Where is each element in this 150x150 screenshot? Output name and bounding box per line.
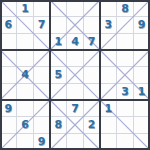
cell-r4c5[interactable] <box>67 50 84 67</box>
cell-r2c6[interactable] <box>83 17 100 34</box>
cell-r1c2[interactable]: 1 <box>17 0 34 17</box>
cell-r5c1[interactable] <box>0 67 17 84</box>
cell-r9c3[interactable]: 9 <box>33 133 50 150</box>
cell-r3c3[interactable] <box>33 33 50 50</box>
cell-r8c3[interactable] <box>33 117 50 134</box>
cell-r6c6[interactable] <box>83 83 100 100</box>
cell-r7c2[interactable] <box>17 100 34 117</box>
cell-r7c3[interactable] <box>33 100 50 117</box>
cell-r7c8[interactable] <box>117 100 134 117</box>
cell-r6c2[interactable] <box>17 83 34 100</box>
cell-r3c2[interactable] <box>17 33 34 50</box>
cell-r3c7[interactable] <box>100 33 117 50</box>
cell-r1c9[interactable] <box>133 0 150 17</box>
cell-r1c4[interactable] <box>50 0 67 17</box>
cell-r5c3[interactable] <box>33 67 50 84</box>
cell-r3c6[interactable]: 7 <box>83 33 100 50</box>
cell-r4c6[interactable] <box>83 50 100 67</box>
cell-r4c1[interactable] <box>0 50 17 67</box>
cell-r5c6[interactable] <box>83 67 100 84</box>
cell-r5c5[interactable] <box>67 67 84 84</box>
cell-r9c4[interactable] <box>50 133 67 150</box>
cell-r6c8[interactable]: 3 <box>117 83 134 100</box>
cell-r2c3[interactable]: 7 <box>33 17 50 34</box>
cell-r9c7[interactable] <box>100 133 117 150</box>
cell-r8c1[interactable] <box>0 117 17 134</box>
cell-r2c5[interactable] <box>67 17 84 34</box>
cell-r7c1[interactable]: 9 <box>0 100 17 117</box>
cell-r4c8[interactable] <box>117 50 134 67</box>
cell-r8c7[interactable] <box>100 117 117 134</box>
cell-r4c7[interactable] <box>100 50 117 67</box>
cell-r2c7[interactable]: 3 <box>100 17 117 34</box>
cell-r3c1[interactable] <box>0 33 17 50</box>
cell-r7c9[interactable] <box>133 100 150 117</box>
cell-r1c6[interactable] <box>83 0 100 17</box>
cell-r3c5[interactable]: 4 <box>67 33 84 50</box>
cell-r9c5[interactable] <box>67 133 84 150</box>
cell-r8c8[interactable] <box>117 117 134 134</box>
cell-r9c9[interactable] <box>133 133 150 150</box>
cell-r9c1[interactable] <box>0 133 17 150</box>
cell-r3c9[interactable] <box>133 33 150 50</box>
cell-r2c9[interactable]: 9 <box>133 17 150 34</box>
cell-r5c2[interactable]: 4 <box>17 67 34 84</box>
cell-r8c6[interactable]: 2 <box>83 117 100 134</box>
cell-r4c9[interactable] <box>133 50 150 67</box>
cell-r6c7[interactable] <box>100 83 117 100</box>
cell-r2c4[interactable] <box>50 17 67 34</box>
cell-r7c5[interactable]: 7 <box>67 100 84 117</box>
cell-r3c8[interactable] <box>117 33 134 50</box>
cell-r2c1[interactable]: 6 <box>0 17 17 34</box>
cell-r6c1[interactable] <box>0 83 17 100</box>
cell-r9c2[interactable] <box>17 133 34 150</box>
cell-r1c1[interactable] <box>0 0 17 17</box>
cell-r6c9[interactable]: 1 <box>133 83 150 100</box>
cell-r5c7[interactable] <box>100 67 117 84</box>
cell-r6c5[interactable] <box>67 83 84 100</box>
cell-r8c9[interactable] <box>133 117 150 134</box>
cell-r8c2[interactable]: 6 <box>17 117 34 134</box>
cell-r8c5[interactable] <box>67 117 84 134</box>
cell-r6c3[interactable] <box>33 83 50 100</box>
cell-r6c4[interactable] <box>50 83 67 100</box>
cell-r7c4[interactable] <box>50 100 67 117</box>
cell-r8c4[interactable]: 8 <box>50 117 67 134</box>
cell-r9c6[interactable] <box>83 133 100 150</box>
cell-r2c8[interactable] <box>117 17 134 34</box>
sudoku-board: 18673914745319716829 <box>0 0 150 150</box>
cell-r4c4[interactable] <box>50 50 67 67</box>
cell-r4c2[interactable] <box>17 50 34 67</box>
cell-r1c3[interactable] <box>33 0 50 17</box>
cell-r5c4[interactable]: 5 <box>50 67 67 84</box>
cell-r4c3[interactable] <box>33 50 50 67</box>
cell-r1c7[interactable] <box>100 0 117 17</box>
cell-r5c8[interactable] <box>117 67 134 84</box>
cell-r1c8[interactable]: 8 <box>117 0 134 17</box>
sudoku-cells: 18673914745319716829 <box>0 0 150 150</box>
cell-r5c9[interactable] <box>133 67 150 84</box>
cell-r7c6[interactable] <box>83 100 100 117</box>
cell-r1c5[interactable] <box>67 0 84 17</box>
cell-r9c8[interactable] <box>117 133 134 150</box>
cell-r7c7[interactable]: 1 <box>100 100 117 117</box>
cell-r3c4[interactable]: 1 <box>50 33 67 50</box>
cell-r2c2[interactable] <box>17 17 34 34</box>
